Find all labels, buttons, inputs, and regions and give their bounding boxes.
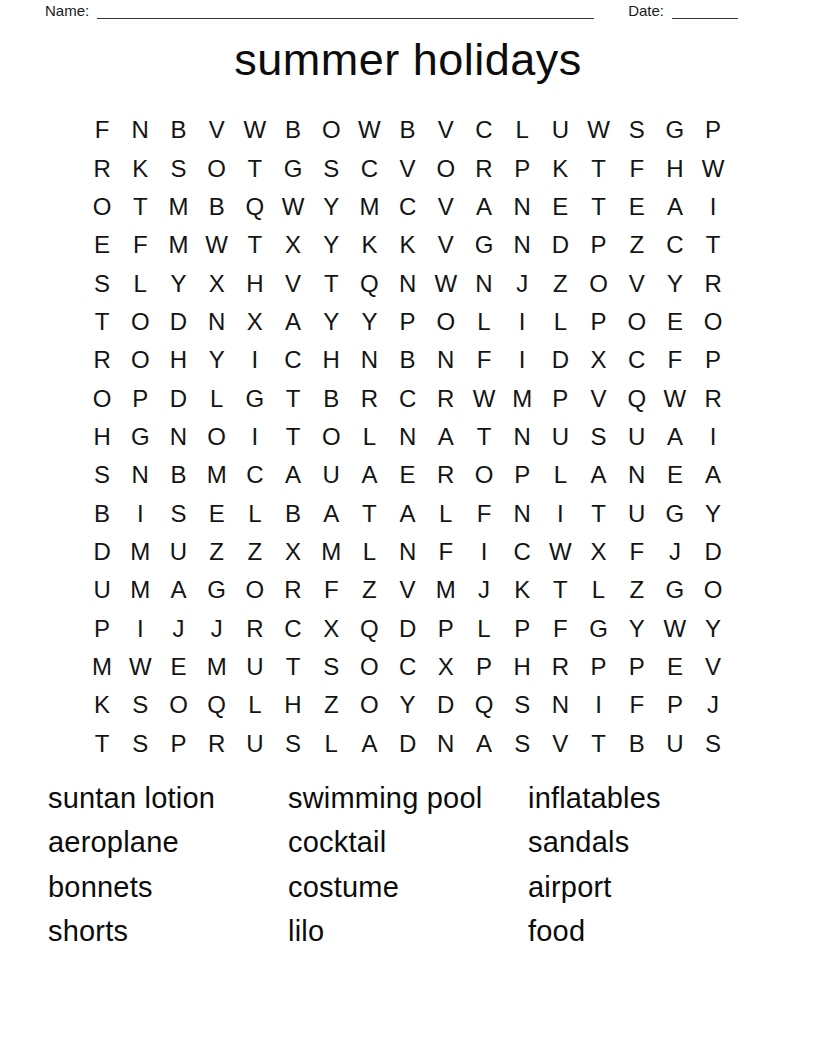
grid-cell: C bbox=[389, 648, 427, 686]
grid-cell: V bbox=[427, 111, 465, 149]
grid-cell: P bbox=[465, 648, 503, 686]
grid-cell: V bbox=[274, 264, 312, 302]
grid-cell: I bbox=[694, 418, 732, 456]
grid-cell: O bbox=[694, 571, 732, 609]
grid-cell: H bbox=[656, 149, 694, 187]
grid-cell: C bbox=[503, 533, 541, 571]
grid-cell: P bbox=[159, 725, 197, 763]
grid-cell: V bbox=[198, 111, 236, 149]
grid-cell: V bbox=[618, 264, 656, 302]
word-list-item: sandals bbox=[528, 821, 768, 866]
grid-cell: Y bbox=[694, 494, 732, 532]
grid-cell: G bbox=[656, 111, 694, 149]
word-list-item: food bbox=[528, 910, 768, 955]
grid-cell: E bbox=[656, 303, 694, 341]
grid-cell: M bbox=[312, 533, 350, 571]
grid-cell: O bbox=[465, 456, 503, 494]
grid-cell: O bbox=[694, 303, 732, 341]
grid-cell: Y bbox=[350, 303, 388, 341]
grid-cell: A bbox=[274, 456, 312, 494]
grid-cell: A bbox=[350, 456, 388, 494]
grid-cell: F bbox=[465, 494, 503, 532]
grid-cell: S bbox=[121, 725, 159, 763]
grid-cell: W bbox=[541, 533, 579, 571]
grid-cell: T bbox=[312, 264, 350, 302]
grid-cell: O bbox=[236, 571, 274, 609]
grid-cell: X bbox=[312, 609, 350, 647]
grid-cell: M bbox=[159, 226, 197, 264]
grid-cell: I bbox=[694, 188, 732, 226]
date-line bbox=[672, 5, 738, 19]
grid-cell: U bbox=[618, 418, 656, 456]
grid-cell: A bbox=[159, 571, 197, 609]
grid-cell: R bbox=[83, 341, 121, 379]
grid-cell: Q bbox=[198, 686, 236, 724]
grid-cell: Z bbox=[198, 533, 236, 571]
grid-cell: N bbox=[427, 341, 465, 379]
grid-cell: T bbox=[579, 725, 617, 763]
word-list-item: swimming pool bbox=[288, 776, 528, 821]
grid-cell: A bbox=[694, 456, 732, 494]
grid-cell: F bbox=[312, 571, 350, 609]
grid-cell: A bbox=[465, 188, 503, 226]
grid-cell: S bbox=[274, 725, 312, 763]
grid-cell: W bbox=[236, 111, 274, 149]
word-list-item: aeroplane bbox=[48, 821, 288, 866]
grid-cell: E bbox=[656, 648, 694, 686]
grid-cell: P bbox=[579, 648, 617, 686]
grid-cell: I bbox=[503, 303, 541, 341]
grid-cell: O bbox=[159, 686, 197, 724]
grid-cell: L bbox=[121, 264, 159, 302]
grid-cell: P bbox=[579, 226, 617, 264]
grid-cell: O bbox=[350, 686, 388, 724]
grid-cell: T bbox=[236, 149, 274, 187]
grid-cell: A bbox=[389, 494, 427, 532]
grid-cell: D bbox=[159, 379, 197, 417]
grid-cell: O bbox=[83, 379, 121, 417]
grid-cell: I bbox=[541, 494, 579, 532]
grid-cell: K bbox=[389, 226, 427, 264]
grid-cell: P bbox=[541, 379, 579, 417]
grid-cell: S bbox=[503, 725, 541, 763]
grid-cell: B bbox=[389, 111, 427, 149]
grid-cell: B bbox=[274, 111, 312, 149]
grid-cell: D bbox=[389, 609, 427, 647]
grid-cell: Q bbox=[236, 188, 274, 226]
grid-cell: D bbox=[159, 303, 197, 341]
grid-cell: Z bbox=[618, 226, 656, 264]
word-list-item: airport bbox=[528, 865, 768, 910]
grid-cell: J bbox=[503, 264, 541, 302]
grid-cell: E bbox=[389, 456, 427, 494]
grid-cell: I bbox=[465, 533, 503, 571]
grid-cell: R bbox=[274, 571, 312, 609]
grid-cell: G bbox=[274, 149, 312, 187]
grid-cell: Y bbox=[312, 226, 350, 264]
grid-cell: I bbox=[121, 494, 159, 532]
grid-cell: N bbox=[503, 226, 541, 264]
grid-cell: F bbox=[465, 341, 503, 379]
grid-cell: B bbox=[389, 341, 427, 379]
grid-cell: G bbox=[656, 494, 694, 532]
grid-cell: S bbox=[312, 149, 350, 187]
grid-cell: I bbox=[236, 341, 274, 379]
grid-cell: V bbox=[389, 149, 427, 187]
grid-cell: H bbox=[274, 686, 312, 724]
grid-cell: W bbox=[656, 379, 694, 417]
grid-cell: D bbox=[694, 533, 732, 571]
grid-cell: N bbox=[465, 264, 503, 302]
word-list-item: costume bbox=[288, 865, 528, 910]
grid-cell: B bbox=[198, 188, 236, 226]
grid-cell: W bbox=[427, 264, 465, 302]
name-label: Name: bbox=[45, 2, 89, 19]
grid-cell: M bbox=[83, 648, 121, 686]
grid-cell: N bbox=[503, 418, 541, 456]
grid-cell: D bbox=[83, 533, 121, 571]
grid-cell: Q bbox=[350, 609, 388, 647]
grid-cell: T bbox=[694, 226, 732, 264]
grid-cell: N bbox=[389, 533, 427, 571]
grid-cell: U bbox=[159, 533, 197, 571]
grid-cell: E bbox=[541, 188, 579, 226]
grid-cell: D bbox=[541, 341, 579, 379]
grid-cell: Q bbox=[618, 379, 656, 417]
grid-cell: A bbox=[656, 418, 694, 456]
grid-cell: P bbox=[427, 609, 465, 647]
name-line bbox=[97, 5, 594, 19]
grid-cell: L bbox=[236, 494, 274, 532]
grid-cell: P bbox=[579, 303, 617, 341]
grid-cell: F bbox=[618, 686, 656, 724]
grid-cell: T bbox=[579, 494, 617, 532]
grid-cell: S bbox=[694, 725, 732, 763]
grid-cell: I bbox=[503, 341, 541, 379]
grid-cell: N bbox=[350, 341, 388, 379]
grid-cell: Z bbox=[236, 533, 274, 571]
grid-cell: R bbox=[541, 648, 579, 686]
grid-cell: U bbox=[541, 111, 579, 149]
grid-cell: M bbox=[427, 571, 465, 609]
grid-cell: N bbox=[503, 494, 541, 532]
grid-cell: R bbox=[198, 725, 236, 763]
grid-cell: R bbox=[694, 379, 732, 417]
grid-cell: I bbox=[236, 418, 274, 456]
grid-cell: P bbox=[503, 456, 541, 494]
grid-cell: W bbox=[465, 379, 503, 417]
grid-cell: V bbox=[694, 648, 732, 686]
grid-cell: T bbox=[121, 188, 159, 226]
grid-cell: N bbox=[121, 111, 159, 149]
grid-cell: F bbox=[541, 609, 579, 647]
grid-cell: X bbox=[579, 341, 617, 379]
grid-cell: I bbox=[579, 686, 617, 724]
grid-cell: B bbox=[274, 494, 312, 532]
grid-cell: B bbox=[618, 725, 656, 763]
grid-cell: B bbox=[83, 494, 121, 532]
grid-cell: G bbox=[656, 571, 694, 609]
grid-cell: J bbox=[198, 609, 236, 647]
word-list: suntan lotion aeroplane bonnets shorts s… bbox=[48, 776, 768, 954]
grid-cell: L bbox=[503, 111, 541, 149]
grid-cell: T bbox=[541, 571, 579, 609]
grid-cell: Y bbox=[389, 686, 427, 724]
grid-cell: N bbox=[541, 686, 579, 724]
grid-cell: C bbox=[389, 188, 427, 226]
grid-cell: P bbox=[503, 609, 541, 647]
grid-cell: Y bbox=[312, 188, 350, 226]
grid-cell: N bbox=[427, 725, 465, 763]
grid-cell: G bbox=[465, 226, 503, 264]
grid-cell: U bbox=[312, 456, 350, 494]
grid-cell: S bbox=[159, 494, 197, 532]
grid-cell: T bbox=[350, 494, 388, 532]
grid-cell: N bbox=[503, 188, 541, 226]
grid-cell: Y bbox=[694, 609, 732, 647]
grid-cell: E bbox=[83, 226, 121, 264]
grid-cell: O bbox=[83, 188, 121, 226]
grid-cell: A bbox=[274, 303, 312, 341]
grid-cell: R bbox=[694, 264, 732, 302]
grid-cell: X bbox=[274, 533, 312, 571]
grid-cell: D bbox=[427, 686, 465, 724]
grid-cell: R bbox=[427, 379, 465, 417]
grid-cell: J bbox=[656, 533, 694, 571]
grid-cell: H bbox=[159, 341, 197, 379]
grid-cell: M bbox=[159, 188, 197, 226]
grid-cell: O bbox=[427, 303, 465, 341]
grid-cell: G bbox=[236, 379, 274, 417]
grid-cell: L bbox=[465, 609, 503, 647]
grid-cell: C bbox=[656, 226, 694, 264]
grid-cell: P bbox=[121, 379, 159, 417]
grid-cell: L bbox=[541, 456, 579, 494]
grid-cell: N bbox=[121, 456, 159, 494]
grid-cell: Z bbox=[350, 571, 388, 609]
grid-cell: K bbox=[541, 149, 579, 187]
grid-cell: P bbox=[656, 686, 694, 724]
grid-cell: D bbox=[541, 226, 579, 264]
grid-cell: F bbox=[618, 149, 656, 187]
grid-cell: T bbox=[579, 149, 617, 187]
word-list-column: inflatables sandals airport food bbox=[528, 776, 768, 954]
grid-cell: F bbox=[618, 533, 656, 571]
grid-cell: M bbox=[121, 571, 159, 609]
grid-cell: L bbox=[312, 725, 350, 763]
grid-cell: E bbox=[198, 494, 236, 532]
grid-cell: K bbox=[121, 149, 159, 187]
grid-cell: H bbox=[503, 648, 541, 686]
grid-cell: C bbox=[236, 456, 274, 494]
grid-cell: T bbox=[274, 418, 312, 456]
grid-cell: Q bbox=[350, 264, 388, 302]
grid-cell: U bbox=[656, 725, 694, 763]
grid-cell: T bbox=[465, 418, 503, 456]
grid-cell: V bbox=[389, 571, 427, 609]
word-list-column: swimming pool cocktail costume lilo bbox=[288, 776, 528, 954]
grid-cell: L bbox=[350, 418, 388, 456]
grid-cell: L bbox=[427, 494, 465, 532]
grid-cell: H bbox=[83, 418, 121, 456]
grid-cell: Z bbox=[618, 571, 656, 609]
grid-cell: S bbox=[579, 418, 617, 456]
grid-cell: S bbox=[503, 686, 541, 724]
grid-cell: A bbox=[350, 725, 388, 763]
grid-cell: S bbox=[83, 264, 121, 302]
grid-cell: J bbox=[694, 686, 732, 724]
grid-cell: A bbox=[312, 494, 350, 532]
word-list-column: suntan lotion aeroplane bonnets shorts bbox=[48, 776, 288, 954]
grid-cell: W bbox=[579, 111, 617, 149]
grid-cell: H bbox=[312, 341, 350, 379]
grid-cell: C bbox=[274, 609, 312, 647]
grid-cell: F bbox=[121, 226, 159, 264]
header: Name: Date: bbox=[45, 2, 738, 19]
grid-cell: B bbox=[159, 111, 197, 149]
grid-cell: J bbox=[159, 609, 197, 647]
grid-cell: V bbox=[427, 188, 465, 226]
grid-cell: O bbox=[579, 264, 617, 302]
word-search-grid: FNBVWBOWBVCLUWSGPRKSOTGSCVORPKTFHWOTMBQW… bbox=[83, 111, 732, 763]
grid-cell: L bbox=[350, 533, 388, 571]
grid-cell: M bbox=[503, 379, 541, 417]
grid-cell: E bbox=[618, 188, 656, 226]
grid-cell: M bbox=[198, 648, 236, 686]
grid-cell: D bbox=[389, 725, 427, 763]
grid-cell: B bbox=[312, 379, 350, 417]
grid-cell: X bbox=[198, 264, 236, 302]
grid-cell: C bbox=[465, 111, 503, 149]
grid-cell: T bbox=[83, 303, 121, 341]
grid-cell: O bbox=[427, 149, 465, 187]
word-list-item: suntan lotion bbox=[48, 776, 288, 821]
grid-cell: Z bbox=[312, 686, 350, 724]
word-list-item: lilo bbox=[288, 910, 528, 955]
grid-cell: W bbox=[350, 111, 388, 149]
grid-cell: C bbox=[274, 341, 312, 379]
grid-cell: F bbox=[427, 533, 465, 571]
grid-cell: A bbox=[427, 418, 465, 456]
grid-cell: P bbox=[694, 111, 732, 149]
grid-cell: N bbox=[159, 418, 197, 456]
grid-cell: M bbox=[350, 188, 388, 226]
grid-cell: A bbox=[579, 456, 617, 494]
grid-cell: T bbox=[579, 188, 617, 226]
grid-cell: U bbox=[541, 418, 579, 456]
grid-cell: M bbox=[198, 456, 236, 494]
grid-cell: T bbox=[274, 648, 312, 686]
grid-cell: O bbox=[312, 418, 350, 456]
grid-cell: P bbox=[694, 341, 732, 379]
word-list-item: bonnets bbox=[48, 865, 288, 910]
grid-cell: C bbox=[350, 149, 388, 187]
grid-cell: P bbox=[389, 303, 427, 341]
grid-cell: J bbox=[465, 571, 503, 609]
grid-cell: G bbox=[198, 571, 236, 609]
grid-cell: W bbox=[694, 149, 732, 187]
grid-cell: O bbox=[198, 418, 236, 456]
grid-cell: P bbox=[83, 609, 121, 647]
grid-cell: X bbox=[427, 648, 465, 686]
grid-cell: G bbox=[121, 418, 159, 456]
grid-cell: R bbox=[83, 149, 121, 187]
word-list-item: shorts bbox=[48, 910, 288, 955]
grid-cell: V bbox=[427, 226, 465, 264]
grid-cell: N bbox=[198, 303, 236, 341]
grid-cell: R bbox=[236, 609, 274, 647]
grid-cell: L bbox=[198, 379, 236, 417]
grid-cell: M bbox=[121, 533, 159, 571]
grid-cell: Y bbox=[618, 609, 656, 647]
grid-cell: E bbox=[159, 648, 197, 686]
grid-cell: K bbox=[350, 226, 388, 264]
grid-cell: U bbox=[83, 571, 121, 609]
grid-cell: A bbox=[656, 188, 694, 226]
grid-cell: O bbox=[312, 111, 350, 149]
grid-cell: V bbox=[579, 379, 617, 417]
grid-cell: X bbox=[236, 303, 274, 341]
grid-cell: F bbox=[656, 341, 694, 379]
grid-cell: O bbox=[121, 341, 159, 379]
grid-cell: Q bbox=[465, 686, 503, 724]
grid-cell: Y bbox=[656, 264, 694, 302]
grid-cell: W bbox=[121, 648, 159, 686]
grid-cell: W bbox=[274, 188, 312, 226]
grid-cell: W bbox=[656, 609, 694, 647]
grid-cell: S bbox=[121, 686, 159, 724]
grid-cell: B bbox=[159, 456, 197, 494]
grid-cell: K bbox=[83, 686, 121, 724]
grid-cell: C bbox=[618, 341, 656, 379]
grid-cell: S bbox=[83, 456, 121, 494]
grid-cell: S bbox=[159, 149, 197, 187]
grid-cell: L bbox=[465, 303, 503, 341]
grid-cell: A bbox=[465, 725, 503, 763]
grid-cell: T bbox=[274, 379, 312, 417]
grid-cell: L bbox=[236, 686, 274, 724]
grid-cell: X bbox=[579, 533, 617, 571]
grid-cell: T bbox=[83, 725, 121, 763]
grid-cell: U bbox=[618, 494, 656, 532]
grid-cell: Y bbox=[312, 303, 350, 341]
grid-cell: T bbox=[236, 226, 274, 264]
grid-cell: F bbox=[83, 111, 121, 149]
grid-cell: N bbox=[618, 456, 656, 494]
grid-cell: Z bbox=[541, 264, 579, 302]
grid-cell: Y bbox=[198, 341, 236, 379]
grid-cell: U bbox=[236, 725, 274, 763]
puzzle-title: summer holidays bbox=[0, 34, 816, 86]
word-list-item: cocktail bbox=[288, 821, 528, 866]
grid-cell: W bbox=[198, 226, 236, 264]
date-label: Date: bbox=[628, 2, 664, 19]
grid-cell: O bbox=[350, 648, 388, 686]
grid-cell: P bbox=[503, 149, 541, 187]
grid-cell: N bbox=[389, 264, 427, 302]
grid-cell: E bbox=[656, 456, 694, 494]
grid-cell: X bbox=[274, 226, 312, 264]
grid-cell: K bbox=[503, 571, 541, 609]
grid-cell: O bbox=[198, 149, 236, 187]
grid-cell: O bbox=[121, 303, 159, 341]
grid-cell: V bbox=[541, 725, 579, 763]
grid-cell: I bbox=[121, 609, 159, 647]
grid-cell: G bbox=[579, 609, 617, 647]
grid-cell: U bbox=[236, 648, 274, 686]
grid-cell: O bbox=[618, 303, 656, 341]
grid-cell: R bbox=[465, 149, 503, 187]
